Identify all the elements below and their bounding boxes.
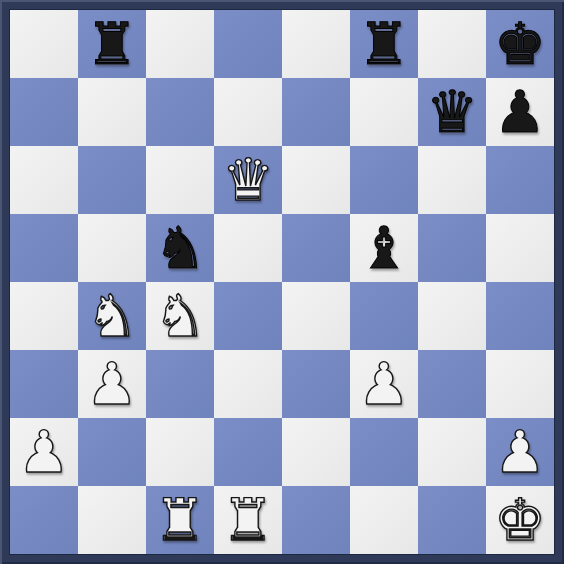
- square-h6[interactable]: [486, 146, 554, 214]
- square-d8[interactable]: [214, 10, 282, 78]
- square-e4[interactable]: [282, 282, 350, 350]
- square-a4[interactable]: [10, 282, 78, 350]
- white-knight: ♞: [86, 282, 138, 350]
- square-d6[interactable]: ♛: [214, 146, 282, 214]
- square-c3[interactable]: [146, 350, 214, 418]
- square-c5[interactable]: ♞: [146, 214, 214, 282]
- square-c2[interactable]: [146, 418, 214, 486]
- square-f7[interactable]: [350, 78, 418, 146]
- white-king: ♚: [494, 486, 546, 554]
- square-f6[interactable]: [350, 146, 418, 214]
- white-queen: ♛: [222, 146, 274, 214]
- square-a5[interactable]: [10, 214, 78, 282]
- white-rook: ♜: [222, 486, 274, 554]
- square-a3[interactable]: [10, 350, 78, 418]
- white-pawn: ♟: [358, 350, 410, 418]
- square-h2[interactable]: ♟: [486, 418, 554, 486]
- black-knight: ♞: [154, 214, 206, 282]
- white-knight: ♞: [154, 282, 206, 350]
- square-h7[interactable]: ♟: [486, 78, 554, 146]
- square-e5[interactable]: [282, 214, 350, 282]
- square-a6[interactable]: [10, 146, 78, 214]
- square-f1[interactable]: [350, 486, 418, 554]
- square-a7[interactable]: [10, 78, 78, 146]
- square-f8[interactable]: ♜: [350, 10, 418, 78]
- chess-board: ♜♜♚♛♟♛♞♝♞♞♟♟♟♟♜♜♚: [10, 10, 554, 554]
- square-g2[interactable]: [418, 418, 486, 486]
- square-e6[interactable]: [282, 146, 350, 214]
- square-g1[interactable]: [418, 486, 486, 554]
- square-e2[interactable]: [282, 418, 350, 486]
- square-b6[interactable]: [78, 146, 146, 214]
- square-d4[interactable]: [214, 282, 282, 350]
- square-d1[interactable]: ♜: [214, 486, 282, 554]
- white-pawn: ♟: [86, 350, 138, 418]
- board-frame: ♜♜♚♛♟♛♞♝♞♞♟♟♟♟♜♜♚: [0, 0, 564, 564]
- white-pawn: ♟: [18, 418, 70, 486]
- square-b4[interactable]: ♞: [78, 282, 146, 350]
- square-a8[interactable]: [10, 10, 78, 78]
- square-f3[interactable]: ♟: [350, 350, 418, 418]
- square-e1[interactable]: [282, 486, 350, 554]
- square-e3[interactable]: [282, 350, 350, 418]
- square-h5[interactable]: [486, 214, 554, 282]
- square-b3[interactable]: ♟: [78, 350, 146, 418]
- square-g3[interactable]: [418, 350, 486, 418]
- square-h1[interactable]: ♚: [486, 486, 554, 554]
- square-a2[interactable]: ♟: [10, 418, 78, 486]
- square-h4[interactable]: [486, 282, 554, 350]
- square-d2[interactable]: [214, 418, 282, 486]
- black-queen: ♛: [426, 78, 478, 146]
- square-f5[interactable]: ♝: [350, 214, 418, 282]
- white-pawn: ♟: [494, 418, 546, 486]
- square-d5[interactable]: [214, 214, 282, 282]
- square-d7[interactable]: [214, 78, 282, 146]
- square-f4[interactable]: [350, 282, 418, 350]
- square-h8[interactable]: ♚: [486, 10, 554, 78]
- square-b8[interactable]: ♜: [78, 10, 146, 78]
- black-rook: ♜: [358, 10, 410, 78]
- square-g4[interactable]: [418, 282, 486, 350]
- square-h3[interactable]: [486, 350, 554, 418]
- square-f2[interactable]: [350, 418, 418, 486]
- square-d3[interactable]: [214, 350, 282, 418]
- square-g6[interactable]: [418, 146, 486, 214]
- square-e7[interactable]: [282, 78, 350, 146]
- square-b2[interactable]: [78, 418, 146, 486]
- square-c7[interactable]: [146, 78, 214, 146]
- square-b7[interactable]: [78, 78, 146, 146]
- square-c4[interactable]: ♞: [146, 282, 214, 350]
- square-c8[interactable]: [146, 10, 214, 78]
- square-g8[interactable]: [418, 10, 486, 78]
- square-b5[interactable]: [78, 214, 146, 282]
- black-rook: ♜: [86, 10, 138, 78]
- square-a1[interactable]: [10, 486, 78, 554]
- black-bishop: ♝: [358, 214, 410, 282]
- black-king: ♚: [494, 10, 546, 78]
- white-rook: ♜: [154, 486, 206, 554]
- square-b1[interactable]: [78, 486, 146, 554]
- square-g7[interactable]: ♛: [418, 78, 486, 146]
- square-c6[interactable]: [146, 146, 214, 214]
- black-pawn: ♟: [494, 78, 546, 146]
- square-c1[interactable]: ♜: [146, 486, 214, 554]
- square-e8[interactable]: [282, 10, 350, 78]
- square-g5[interactable]: [418, 214, 486, 282]
